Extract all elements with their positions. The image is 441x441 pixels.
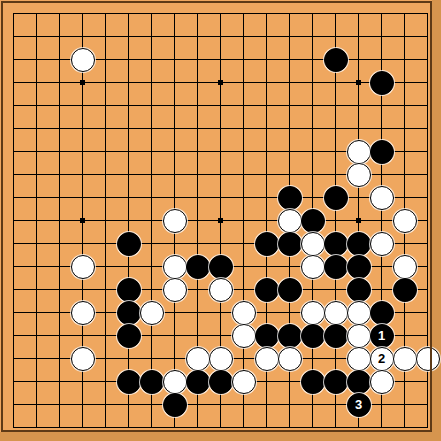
white-stone: [71, 255, 95, 279]
black-stone: [301, 370, 325, 394]
black-stone: [209, 370, 233, 394]
black-stone: [301, 324, 325, 348]
black-stone: [393, 278, 417, 302]
white-stone: [255, 347, 279, 371]
white-stone: [186, 347, 210, 371]
move-number-label: 1: [378, 328, 385, 343]
black-stone: [278, 186, 302, 210]
black-stone: [117, 301, 141, 325]
black-stone: [324, 370, 348, 394]
star-point: [80, 218, 85, 223]
white-stone: [163, 209, 187, 233]
go-board: 123: [0, 0, 441, 441]
black-stone: [117, 324, 141, 348]
black-stone: [140, 370, 164, 394]
black-stone: [278, 324, 302, 348]
black-stone: [117, 278, 141, 302]
star-point: [218, 80, 223, 85]
black-stone: [163, 393, 187, 417]
black-stone: [370, 71, 394, 95]
white-stone: [347, 347, 371, 371]
black-stone: [117, 370, 141, 394]
white-stone: [71, 347, 95, 371]
white-stone: [278, 347, 302, 371]
grid-line-vertical: [335, 13, 336, 428]
white-stone: [301, 255, 325, 279]
black-stone: [347, 232, 371, 256]
black-stone: [324, 232, 348, 256]
white-stone: [324, 301, 348, 325]
black-stone: [324, 324, 348, 348]
black-stone: 1: [370, 324, 394, 348]
grid-line-horizontal: [13, 427, 428, 428]
white-stone: [278, 209, 302, 233]
white-stone: [347, 301, 371, 325]
black-stone: [324, 255, 348, 279]
white-stone: [393, 209, 417, 233]
black-stone: [278, 232, 302, 256]
white-stone: 2: [370, 347, 394, 371]
white-stone: [232, 301, 256, 325]
white-stone: [71, 48, 95, 72]
white-stone: [301, 232, 325, 256]
white-stone: [163, 255, 187, 279]
white-stone: [163, 370, 187, 394]
move-number-label: 3: [355, 397, 362, 412]
black-stone: [186, 370, 210, 394]
white-stone: [209, 278, 233, 302]
white-stone: [370, 186, 394, 210]
star-point: [356, 218, 361, 223]
black-stone: [324, 48, 348, 72]
black-stone: [347, 370, 371, 394]
white-stone: [71, 301, 95, 325]
white-stone: [347, 163, 371, 187]
star-point: [218, 218, 223, 223]
move-number-label: 2: [378, 351, 385, 366]
star-point: [356, 80, 361, 85]
black-stone: [278, 278, 302, 302]
black-stone: 3: [347, 393, 371, 417]
black-stone: [347, 255, 371, 279]
white-stone: [370, 232, 394, 256]
black-stone: [117, 232, 141, 256]
white-stone: [140, 301, 164, 325]
black-stone: [186, 255, 210, 279]
black-stone: [255, 324, 279, 348]
white-stone: [347, 324, 371, 348]
grid-line-vertical: [243, 13, 244, 428]
white-stone: [347, 140, 371, 164]
white-stone: [232, 370, 256, 394]
star-point: [80, 80, 85, 85]
white-stone: [232, 324, 256, 348]
black-stone: [255, 232, 279, 256]
black-stone: [255, 278, 279, 302]
black-stone: [370, 140, 394, 164]
black-stone: [209, 255, 233, 279]
white-stone: [416, 347, 440, 371]
white-stone: [209, 347, 233, 371]
white-stone: [301, 301, 325, 325]
black-stone: [301, 209, 325, 233]
black-stone: [347, 278, 371, 302]
white-stone: [163, 278, 187, 302]
white-stone: [370, 370, 394, 394]
white-stone: [393, 255, 417, 279]
white-stone: [393, 347, 417, 371]
black-stone: [370, 301, 394, 325]
black-stone: [324, 186, 348, 210]
